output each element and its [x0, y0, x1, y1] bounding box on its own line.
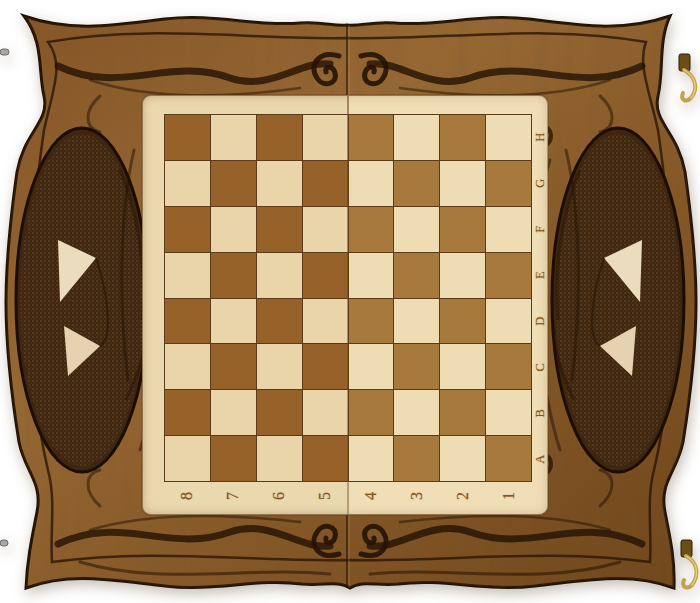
- rank-label: 8: [173, 473, 201, 519]
- board-square[interactable]: [211, 299, 256, 344]
- rank-label: 3: [403, 473, 431, 519]
- chessboard-panel: HGFEDCBA 87654321: [142, 95, 548, 515]
- board-square[interactable]: [440, 207, 485, 252]
- board-square[interactable]: [165, 299, 210, 344]
- board-square[interactable]: [303, 253, 348, 298]
- board-square[interactable]: [394, 115, 439, 160]
- board-square[interactable]: [257, 253, 302, 298]
- board-square[interactable]: [257, 344, 302, 389]
- board-square[interactable]: [303, 207, 348, 252]
- board-square[interactable]: [394, 253, 439, 298]
- board-square[interactable]: [349, 115, 394, 160]
- board-square[interactable]: [257, 161, 302, 206]
- hinge-pin-top-icon: [0, 49, 9, 55]
- board-square[interactable]: [257, 299, 302, 344]
- board-square[interactable]: [349, 344, 394, 389]
- board-square[interactable]: [165, 161, 210, 206]
- board-square[interactable]: [349, 299, 394, 344]
- chessboard-grid: [164, 114, 532, 482]
- board-square[interactable]: [165, 207, 210, 252]
- board-square[interactable]: [257, 390, 302, 435]
- rank-label: 7: [219, 473, 247, 519]
- board-square[interactable]: [440, 390, 485, 435]
- board-square[interactable]: [349, 207, 394, 252]
- board-square[interactable]: [211, 115, 256, 160]
- photo-stage: HGFEDCBA 87654321: [0, 0, 700, 603]
- file-label: C: [517, 358, 563, 376]
- file-labels: HGFEDCBA: [531, 114, 549, 482]
- board-square[interactable]: [165, 115, 210, 160]
- board-square[interactable]: [303, 390, 348, 435]
- board-square[interactable]: [303, 344, 348, 389]
- board-square[interactable]: [257, 207, 302, 252]
- rank-label: 1: [495, 473, 523, 519]
- brass-latch-bottom-icon: [681, 540, 697, 587]
- file-label: B: [517, 404, 563, 422]
- board-square[interactable]: [257, 115, 302, 160]
- board-square[interactable]: [211, 390, 256, 435]
- file-label: G: [517, 174, 563, 192]
- board-square[interactable]: [349, 161, 394, 206]
- board-square[interactable]: [211, 344, 256, 389]
- board-square[interactable]: [440, 299, 485, 344]
- board-square[interactable]: [394, 390, 439, 435]
- board-square[interactable]: [394, 299, 439, 344]
- board-square[interactable]: [211, 207, 256, 252]
- board-square[interactable]: [303, 161, 348, 206]
- board-square[interactable]: [394, 207, 439, 252]
- board-square[interactable]: [165, 390, 210, 435]
- board-square[interactable]: [165, 253, 210, 298]
- brass-latch-top-icon: [679, 54, 695, 100]
- file-label: H: [517, 128, 563, 146]
- rank-label: 6: [265, 473, 293, 519]
- board-square[interactable]: [211, 253, 256, 298]
- board-square[interactable]: [165, 344, 210, 389]
- rank-labels: 87654321: [164, 482, 532, 510]
- hinge-pin-bottom-icon: [0, 540, 8, 546]
- board-square[interactable]: [440, 115, 485, 160]
- board-square[interactable]: [303, 299, 348, 344]
- board-square[interactable]: [394, 161, 439, 206]
- file-label: F: [517, 220, 563, 238]
- board-square[interactable]: [440, 161, 485, 206]
- file-label: D: [517, 312, 563, 330]
- file-label: E: [517, 266, 563, 284]
- board-square[interactable]: [440, 253, 485, 298]
- board-square[interactable]: [303, 115, 348, 160]
- board-square[interactable]: [349, 390, 394, 435]
- file-label: A: [517, 450, 563, 468]
- board-square[interactable]: [394, 344, 439, 389]
- rank-label: 4: [357, 473, 385, 519]
- board-square[interactable]: [440, 344, 485, 389]
- board-square[interactable]: [349, 253, 394, 298]
- rank-label: 2: [449, 473, 477, 519]
- board-square[interactable]: [211, 161, 256, 206]
- rank-label: 5: [311, 473, 339, 519]
